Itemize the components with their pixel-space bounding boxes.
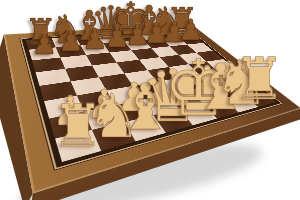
- piece-layer: ♜♞♝♛♚♝♞♜♟♟♟♟♟♟♟♟♟♟♟♟♟♟♟♟♜♞♝♛♚♝♞♜: [0, 0, 300, 200]
- piece-black-pawn[interactable]: ♟: [58, 27, 84, 56]
- chess-set-photo: ♜♞♝♛♚♝♞♜♟♟♟♟♟♟♟♟♟♟♟♟♟♟♟♟♜♞♝♛♚♝♞♜: [0, 0, 300, 200]
- piece-black-pawn[interactable]: ♟: [32, 30, 58, 59]
- piece-black-pawn[interactable]: ♟: [178, 16, 204, 45]
- piece-white-rook[interactable]: ♜: [234, 50, 286, 108]
